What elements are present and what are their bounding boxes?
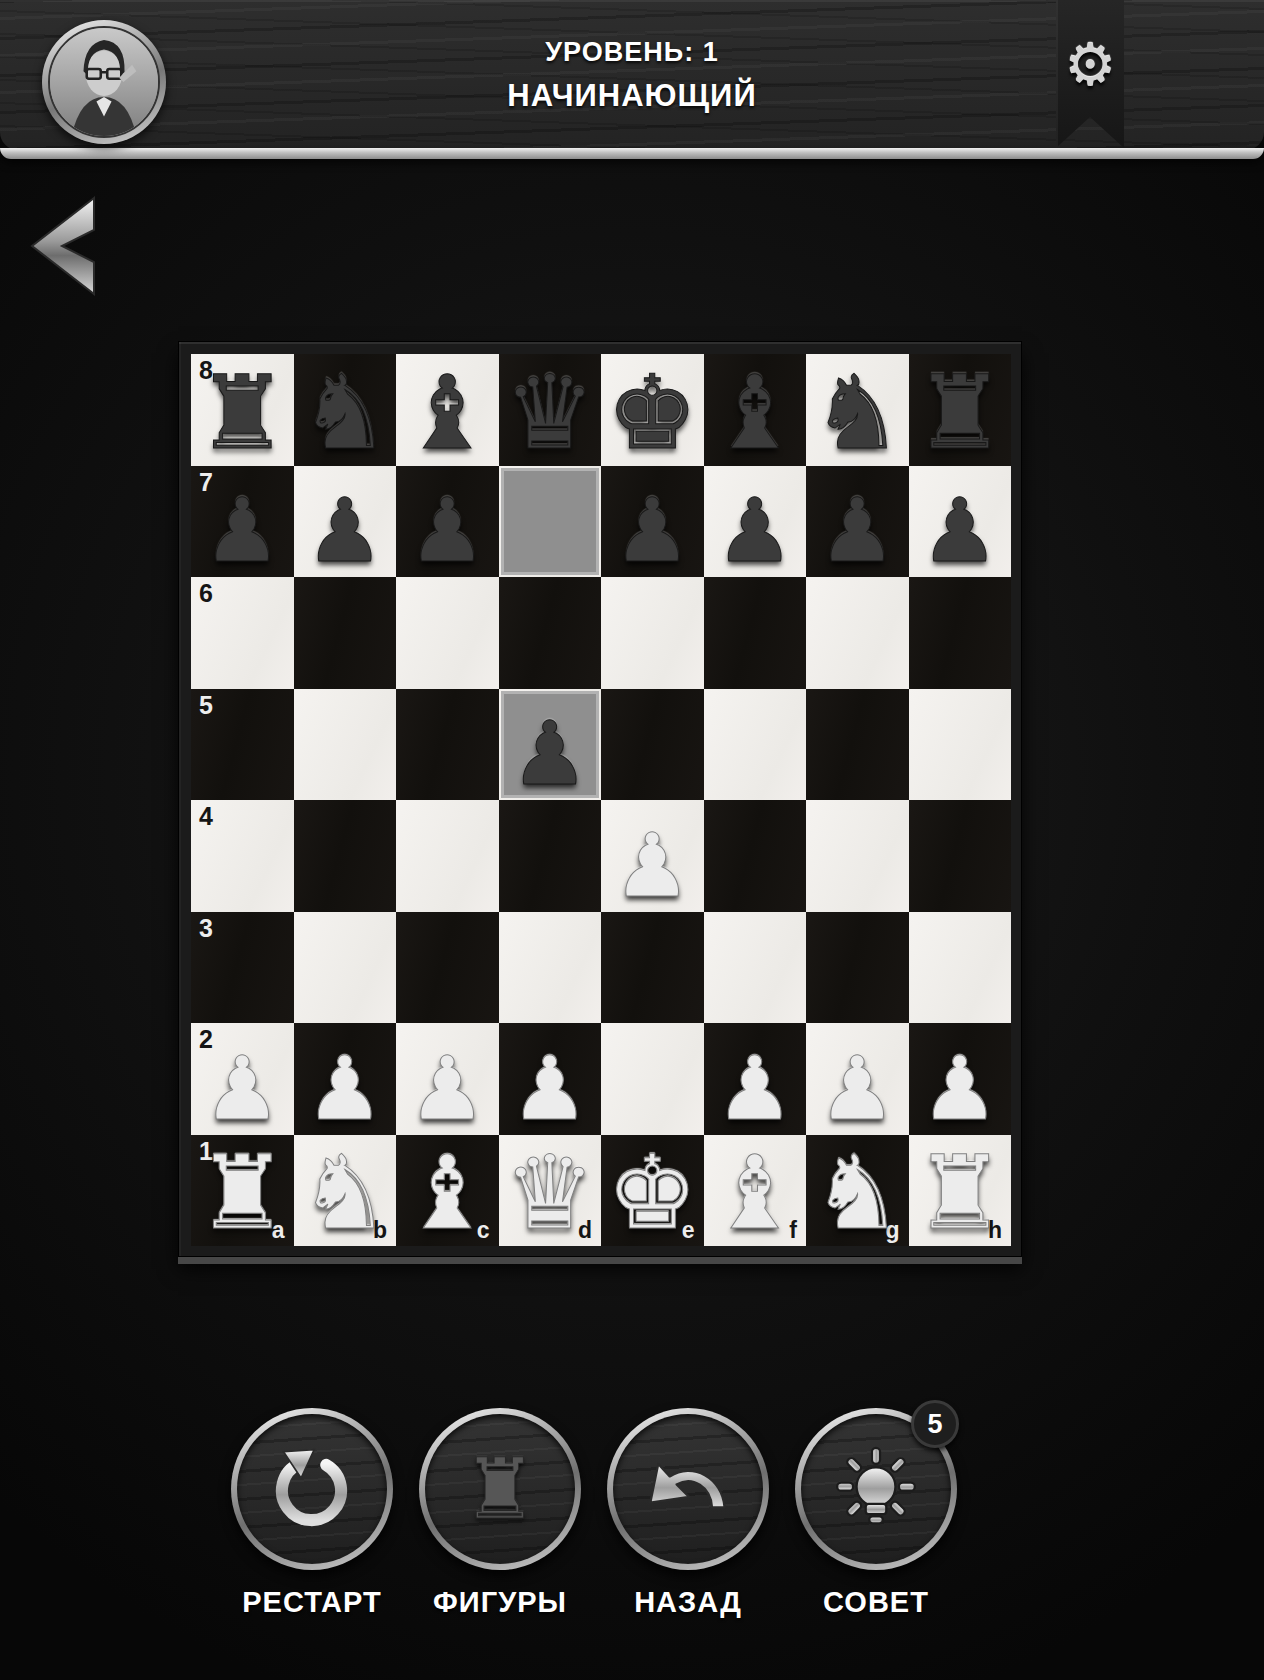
level-label: УРОВЕНЬ: 1 — [545, 37, 718, 68]
rank-label-6: 6 — [199, 581, 213, 606]
square-f2[interactable]: ♟ — [704, 1023, 807, 1135]
square-d3[interactable] — [499, 912, 602, 1024]
toolbar: РЕСТАРТ ♜ ФИГУРЫ НАЗАД — [0, 1408, 1226, 1619]
piece-black-king-e8[interactable]: ♚ — [607, 362, 698, 464]
square-b3[interactable] — [294, 912, 397, 1024]
square-g8[interactable]: ♞ — [806, 354, 909, 466]
square-b7[interactable]: ♟ — [294, 466, 397, 578]
undo-label: НАЗАД — [634, 1586, 742, 1619]
square-h3[interactable] — [909, 912, 1012, 1024]
square-g4[interactable] — [806, 800, 909, 912]
piece-white-queen-d1[interactable]: ♛ — [504, 1142, 595, 1244]
piece-black-pawn-a7[interactable]: ♟ — [203, 487, 282, 575]
square-e7[interactable]: ♟ — [601, 466, 704, 578]
piece-black-pawn-e7[interactable]: ♟ — [613, 487, 692, 575]
square-a4[interactable]: 4 — [191, 800, 294, 912]
difficulty-label: НАЧИНАЮЩИЙ — [507, 78, 756, 114]
hint-button[interactable]: 5 — [795, 1408, 957, 1570]
piece-white-pawn-g2[interactable]: ♟ — [818, 1045, 897, 1133]
square-e4[interactable]: ♟ — [601, 800, 704, 912]
square-f7[interactable]: ♟ — [704, 466, 807, 578]
square-f1[interactable]: f♝ — [704, 1135, 807, 1247]
piece-black-knight-g8[interactable]: ♞ — [812, 362, 903, 464]
piece-white-pawn-e4[interactable]: ♟ — [613, 822, 692, 910]
restart-icon — [266, 1443, 358, 1535]
piece-black-rook-a8[interactable]: ♜ — [197, 362, 288, 464]
piece-black-pawn-d5[interactable]: ♟ — [510, 710, 589, 798]
square-c7[interactable]: ♟ — [396, 466, 499, 578]
rank-label-4: 4 — [199, 804, 213, 829]
square-e5[interactable] — [601, 689, 704, 801]
square-f6[interactable] — [704, 577, 807, 689]
square-e2[interactable] — [601, 1023, 704, 1135]
piece-white-pawn-a2[interactable]: ♟ — [203, 1045, 282, 1133]
piece-white-pawn-c2[interactable]: ♟ — [408, 1045, 487, 1133]
piece-white-pawn-f2[interactable]: ♟ — [715, 1045, 794, 1133]
rank-label-3: 3 — [199, 916, 213, 941]
piece-black-pawn-f7[interactable]: ♟ — [715, 487, 794, 575]
piece-white-pawn-b2[interactable]: ♟ — [305, 1045, 384, 1133]
highlight-d7 — [501, 468, 600, 576]
piece-black-queen-d8[interactable]: ♛ — [504, 362, 595, 464]
square-a3[interactable]: 3 — [191, 912, 294, 1024]
piece-white-king-e1[interactable]: ♚ — [607, 1142, 698, 1244]
pieces-label: ФИГУРЫ — [433, 1586, 567, 1619]
piece-white-rook-h1[interactable]: ♜ — [914, 1142, 1005, 1244]
piece-black-pawn-b7[interactable]: ♟ — [305, 487, 384, 575]
square-g5[interactable] — [806, 689, 909, 801]
player-avatar[interactable] — [42, 20, 166, 144]
rank-label-5: 5 — [199, 693, 213, 718]
square-g1[interactable]: g♞ — [806, 1135, 909, 1247]
square-d4[interactable] — [499, 800, 602, 912]
square-f8[interactable]: ♝ — [704, 354, 807, 466]
square-b5[interactable] — [294, 689, 397, 801]
square-a5[interactable]: 5 — [191, 689, 294, 801]
square-c2[interactable]: ♟ — [396, 1023, 499, 1135]
header-bottom-strip — [0, 148, 1264, 159]
piece-white-pawn-d2[interactable]: ♟ — [510, 1045, 589, 1133]
square-h7[interactable]: ♟ — [909, 466, 1012, 578]
piece-white-pawn-h2[interactable]: ♟ — [920, 1045, 999, 1133]
gear-icon: ⚙ — [1064, 36, 1116, 94]
square-d8[interactable]: ♛ — [499, 354, 602, 466]
square-e8[interactable]: ♚ — [601, 354, 704, 466]
square-e1[interactable]: e♚ — [601, 1135, 704, 1247]
square-h8[interactable]: ♜ — [909, 354, 1012, 466]
square-e3[interactable] — [601, 912, 704, 1024]
hint-bulb-icon — [828, 1441, 924, 1537]
square-c3[interactable] — [396, 912, 499, 1024]
square-d1[interactable]: d♛ — [499, 1135, 602, 1247]
square-d2[interactable]: ♟ — [499, 1023, 602, 1135]
undo-button[interactable] — [607, 1408, 769, 1570]
restart-tool: РЕСТАРТ — [229, 1408, 395, 1619]
undo-icon — [640, 1441, 736, 1537]
square-c1[interactable]: c♝ — [396, 1135, 499, 1247]
square-d6[interactable] — [499, 577, 602, 689]
square-b2[interactable]: ♟ — [294, 1023, 397, 1135]
pieces-tool: ♜ ФИГУРЫ — [417, 1408, 583, 1619]
piece-black-knight-b8[interactable]: ♞ — [299, 362, 390, 464]
restart-label: РЕСТАРТ — [242, 1586, 381, 1619]
square-g6[interactable] — [806, 577, 909, 689]
back-button[interactable] — [26, 196, 98, 296]
square-c6[interactable] — [396, 577, 499, 689]
square-a6[interactable]: 6 — [191, 577, 294, 689]
square-a2[interactable]: 2♟ — [191, 1023, 294, 1135]
piece-white-knight-b1[interactable]: ♞ — [299, 1142, 390, 1244]
piece-black-pawn-c7[interactable]: ♟ — [408, 487, 487, 575]
piece-white-knight-g1[interactable]: ♞ — [812, 1142, 903, 1244]
square-b6[interactable] — [294, 577, 397, 689]
square-h4[interactable] — [909, 800, 1012, 912]
hint-tool: 5 СОВЕТ — [793, 1408, 959, 1619]
square-f4[interactable] — [704, 800, 807, 912]
square-d5[interactable]: ♟ — [499, 689, 602, 801]
square-h6[interactable] — [909, 577, 1012, 689]
chess-board[interactable]: 8♜♞♝♛♚♝♞♜7♟♟♟♟♟♟♟65♟4♟32♟♟♟♟♟♟♟1a♜b♞c♝d♛… — [178, 341, 1022, 1257]
square-c5[interactable] — [396, 689, 499, 801]
square-b1[interactable]: b♞ — [294, 1135, 397, 1247]
square-g2[interactable]: ♟ — [806, 1023, 909, 1135]
square-b8[interactable]: ♞ — [294, 354, 397, 466]
restart-button[interactable] — [231, 1408, 393, 1570]
pieces-button[interactable]: ♜ — [419, 1408, 581, 1570]
square-h2[interactable]: ♟ — [909, 1023, 1012, 1135]
piece-black-rook-h8[interactable]: ♜ — [914, 362, 1005, 464]
hint-count-badge: 5 — [911, 1400, 959, 1448]
hint-label: СОВЕТ — [823, 1586, 929, 1619]
square-a7[interactable]: 7♟ — [191, 466, 294, 578]
back-arrow-icon — [26, 196, 98, 296]
undo-tool: НАЗАД — [605, 1408, 771, 1619]
chess-app-screen: { "game": "chess", "position": { "fen": … — [0, 0, 1264, 1680]
square-e6[interactable] — [601, 577, 704, 689]
square-c4[interactable] — [396, 800, 499, 912]
square-f3[interactable] — [704, 912, 807, 1024]
piece-black-pawn-g7[interactable]: ♟ — [818, 487, 897, 575]
square-h5[interactable] — [909, 689, 1012, 801]
piece-white-bishop-f1[interactable]: ♝ — [709, 1142, 800, 1244]
avatar-portrait — [50, 28, 158, 136]
square-f5[interactable] — [704, 689, 807, 801]
square-h1[interactable]: h♜ — [909, 1135, 1012, 1247]
square-d7[interactable] — [499, 466, 602, 578]
square-a1[interactable]: 1a♜ — [191, 1135, 294, 1247]
rook-icon: ♜ — [462, 1447, 537, 1531]
piece-white-rook-a1[interactable]: ♜ — [197, 1142, 288, 1244]
square-c8[interactable]: ♝ — [396, 354, 499, 466]
square-g7[interactable]: ♟ — [806, 466, 909, 578]
square-a8[interactable]: 8♜ — [191, 354, 294, 466]
square-b4[interactable] — [294, 800, 397, 912]
square-g3[interactable] — [806, 912, 909, 1024]
piece-black-pawn-h7[interactable]: ♟ — [920, 487, 999, 575]
piece-black-bishop-f8[interactable]: ♝ — [709, 362, 800, 464]
piece-white-bishop-c1[interactable]: ♝ — [402, 1142, 493, 1244]
piece-black-bishop-c8[interactable]: ♝ — [402, 362, 493, 464]
